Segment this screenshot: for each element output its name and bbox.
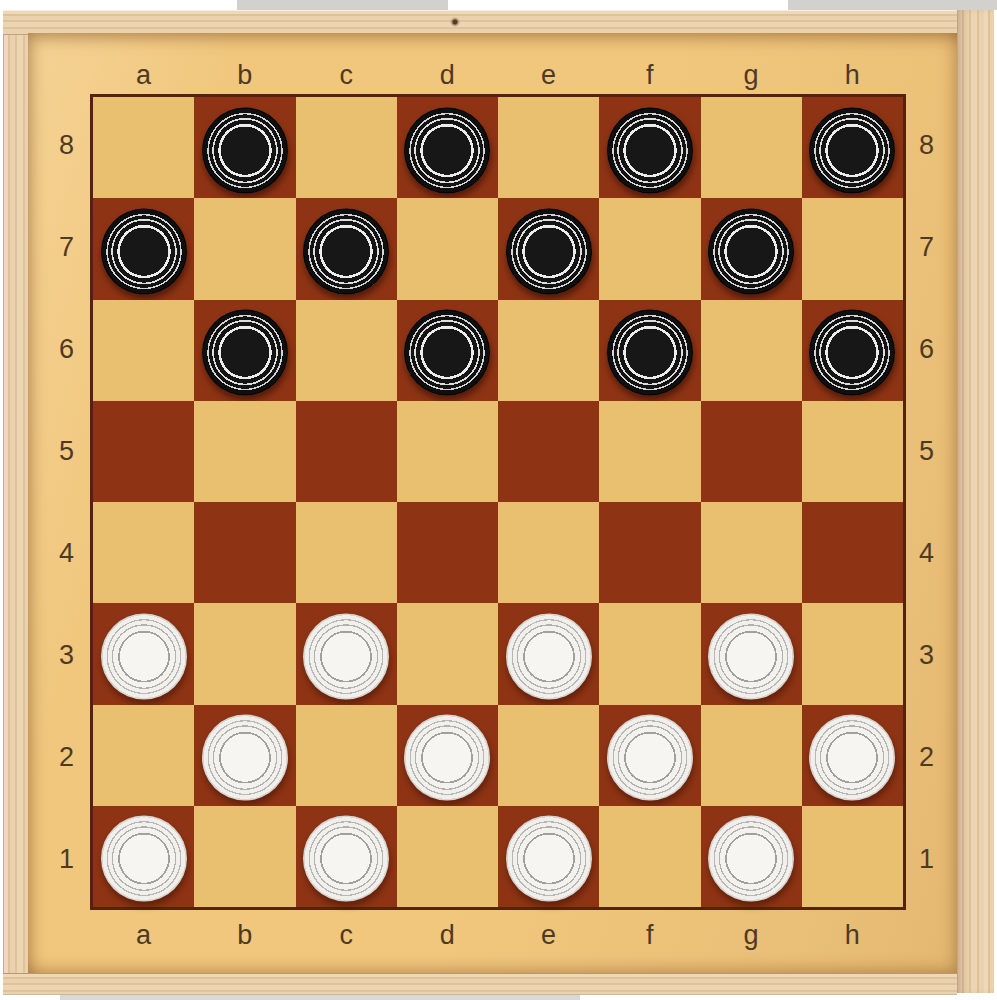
square-h4[interactable] [802, 502, 903, 603]
piece-black-man-d8[interactable] [404, 107, 490, 193]
rank-labels-left: 87654321 [28, 94, 90, 910]
piece-black-man-b8[interactable] [202, 107, 288, 193]
square-h6[interactable] [802, 300, 903, 401]
file-label-b-top: b [237, 62, 252, 89]
square-e8[interactable] [498, 97, 599, 198]
rank-label-5-right: 5 [919, 438, 934, 465]
file-labels-top: abcdefgh [93, 33, 903, 94]
piece-white-man-e3[interactable] [506, 613, 592, 699]
rank-label-3-left: 3 [59, 642, 74, 669]
file-label-a-bottom: a [136, 922, 151, 949]
piece-white-man-g3[interactable] [708, 613, 794, 699]
square-d3[interactable] [397, 603, 498, 704]
square-h3[interactable] [802, 603, 903, 704]
square-a8[interactable] [93, 97, 194, 198]
square-b5[interactable] [194, 401, 295, 502]
piece-black-man-g7[interactable] [708, 208, 794, 294]
rank-label-5-left: 5 [59, 438, 74, 465]
square-a4[interactable] [93, 502, 194, 603]
square-f5[interactable] [599, 401, 700, 502]
square-f3[interactable] [599, 603, 700, 704]
piece-white-man-a3[interactable] [101, 613, 187, 699]
rank-label-2-right: 2 [919, 744, 934, 771]
square-b6[interactable] [194, 300, 295, 401]
square-g3[interactable] [701, 603, 802, 704]
piece-white-man-f2[interactable] [607, 715, 693, 801]
file-label-f-top: f [646, 62, 654, 89]
rank-label-1-left: 1 [59, 846, 74, 873]
square-h7[interactable] [802, 198, 903, 299]
square-e4[interactable] [498, 502, 599, 603]
square-b3[interactable] [194, 603, 295, 704]
square-c2[interactable] [296, 705, 397, 806]
square-a1[interactable] [93, 806, 194, 907]
square-g5[interactable] [701, 401, 802, 502]
square-h8[interactable] [802, 97, 903, 198]
square-d8[interactable] [397, 97, 498, 198]
square-g2[interactable] [701, 705, 802, 806]
rank-label-6-right: 6 [919, 336, 934, 363]
square-c6[interactable] [296, 300, 397, 401]
rank-label-4-right: 4 [919, 540, 934, 567]
square-b1[interactable] [194, 806, 295, 907]
square-g6[interactable] [701, 300, 802, 401]
file-label-d-bottom: d [440, 922, 455, 949]
square-g1[interactable] [701, 806, 802, 907]
rank-label-2-left: 2 [59, 744, 74, 771]
square-h2[interactable] [802, 705, 903, 806]
square-d7[interactable] [397, 198, 498, 299]
square-d4[interactable] [397, 502, 498, 603]
file-label-h-bottom: h [845, 922, 860, 949]
square-f2[interactable] [599, 705, 700, 806]
square-c3[interactable] [296, 603, 397, 704]
square-f7[interactable] [599, 198, 700, 299]
square-d5[interactable] [397, 401, 498, 502]
file-label-e-top: e [541, 62, 556, 89]
square-b2[interactable] [194, 705, 295, 806]
piece-white-man-g1[interactable] [708, 816, 794, 902]
square-a6[interactable] [93, 300, 194, 401]
rank-label-7-right: 7 [919, 234, 934, 261]
file-label-f-bottom: f [646, 922, 654, 949]
rank-label-6-left: 6 [59, 336, 74, 363]
piece-white-man-c3[interactable] [303, 613, 389, 699]
square-f8[interactable] [599, 97, 700, 198]
square-e6[interactable] [498, 300, 599, 401]
square-c4[interactable] [296, 502, 397, 603]
piece-black-man-e7[interactable] [506, 208, 592, 294]
frame-rail-top [3, 10, 957, 35]
square-f6[interactable] [599, 300, 700, 401]
square-g4[interactable] [701, 502, 802, 603]
piece-white-man-c1[interactable] [303, 816, 389, 902]
square-e3[interactable] [498, 603, 599, 704]
rank-labels-right: 87654321 [906, 94, 957, 910]
piece-black-man-h8[interactable] [809, 107, 895, 193]
rank-label-1-right: 1 [919, 846, 934, 873]
square-a3[interactable] [93, 603, 194, 704]
square-d1[interactable] [397, 806, 498, 907]
square-e7[interactable] [498, 198, 599, 299]
piece-white-man-d2[interactable] [404, 715, 490, 801]
file-label-a-top: a [136, 62, 151, 89]
backdrop-artifact-top-left [237, 0, 448, 10]
file-labels-bottom: abcdefgh [93, 913, 903, 973]
piece-black-man-a7[interactable] [101, 208, 187, 294]
checkers-board-photo: abcdefgh abcdefgh 87654321 87654321 [0, 0, 997, 1000]
square-a2[interactable] [93, 705, 194, 806]
file-label-c-bottom: c [339, 922, 353, 949]
square-f4[interactable] [599, 502, 700, 603]
file-label-g-top: g [744, 62, 759, 89]
square-c1[interactable] [296, 806, 397, 907]
file-label-g-bottom: g [744, 922, 759, 949]
square-b7[interactable] [194, 198, 295, 299]
piece-white-man-h2[interactable] [809, 715, 895, 801]
square-d2[interactable] [397, 705, 498, 806]
piece-white-man-e1[interactable] [506, 816, 592, 902]
square-a7[interactable] [93, 198, 194, 299]
square-e1[interactable] [498, 806, 599, 907]
square-g8[interactable] [701, 97, 802, 198]
backdrop-artifact-top-right [788, 0, 997, 10]
square-h5[interactable] [802, 401, 903, 502]
square-c7[interactable] [296, 198, 397, 299]
rank-label-4-left: 4 [59, 540, 74, 567]
piece-black-man-f6[interactable] [607, 310, 693, 396]
piece-black-man-b6[interactable] [202, 310, 288, 396]
rank-label-7-left: 7 [59, 234, 74, 261]
frame-rail-left [3, 31, 29, 973]
file-label-h-top: h [845, 62, 860, 89]
square-f1[interactable] [599, 806, 700, 907]
piece-white-man-b2[interactable] [202, 715, 288, 801]
frame-rail-bottom [3, 973, 957, 995]
square-g7[interactable] [701, 198, 802, 299]
piece-black-man-f8[interactable] [607, 107, 693, 193]
file-label-b-bottom: b [237, 922, 252, 949]
square-b4[interactable] [194, 502, 295, 603]
file-label-c-top: c [339, 62, 353, 89]
piece-black-man-h6[interactable] [809, 310, 895, 396]
square-e5[interactable] [498, 401, 599, 502]
board [90, 94, 906, 910]
rank-label-8-left: 8 [59, 132, 74, 159]
piece-black-man-d6[interactable] [404, 310, 490, 396]
file-label-e-bottom: e [541, 922, 556, 949]
piece-black-man-c7[interactable] [303, 208, 389, 294]
square-b8[interactable] [194, 97, 295, 198]
square-h1[interactable] [802, 806, 903, 907]
frame-rail-right [957, 10, 994, 993]
square-e2[interactable] [498, 705, 599, 806]
file-label-d-top: d [440, 62, 455, 89]
square-d6[interactable] [397, 300, 498, 401]
rank-label-3-right: 3 [919, 642, 934, 669]
square-a5[interactable] [93, 401, 194, 502]
square-c8[interactable] [296, 97, 397, 198]
square-c5[interactable] [296, 401, 397, 502]
rank-label-8-right: 8 [919, 132, 934, 159]
piece-white-man-a1[interactable] [101, 816, 187, 902]
